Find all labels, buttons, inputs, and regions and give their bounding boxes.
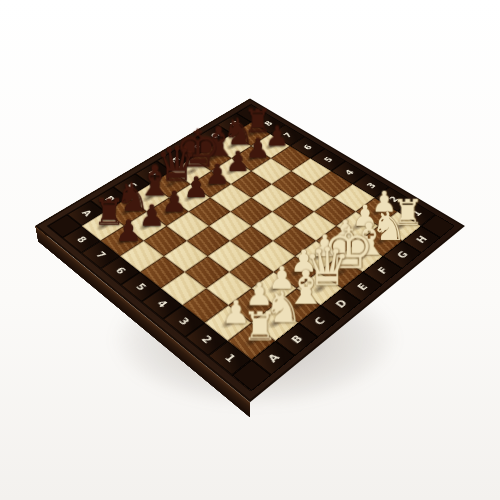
label-text: 6 xyxy=(113,265,127,275)
label-text: 4 xyxy=(155,298,169,309)
board-grid: ABCDEFGH8♜♞♝♛♚♝♞♜87♟♟♟♟♟♟♟♟7665544332♟♟♟… xyxy=(46,104,453,391)
label-text: 8 xyxy=(75,235,89,244)
label-text: 5 xyxy=(322,156,334,164)
chess-board: ABCDEFGH8♜♞♝♛♚♝♞♜87♟♟♟♟♟♟♟♟7665544332♟♟♟… xyxy=(35,98,465,402)
scene: ABCDEFGH8♜♞♝♛♚♝♞♜87♟♟♟♟♟♟♟♟7665544332♟♟♟… xyxy=(0,0,500,500)
label-text: 1 xyxy=(222,352,237,364)
chess-set-photo: ABCDEFGH8♜♞♝♛♚♝♞♜87♟♟♟♟♟♟♟♟7665544332♟♟♟… xyxy=(0,0,500,500)
label-text: 3 xyxy=(176,316,191,327)
label-text: A xyxy=(266,352,282,364)
label-text: 2 xyxy=(199,333,214,344)
piece-white-rook-a1[interactable]: ♜ xyxy=(226,308,294,348)
label-text: 4 xyxy=(343,168,356,176)
label-text: 7 xyxy=(94,250,108,260)
label-text: 5 xyxy=(134,282,148,292)
piece-black-pawn-a7[interactable]: ♟ xyxy=(98,216,159,246)
